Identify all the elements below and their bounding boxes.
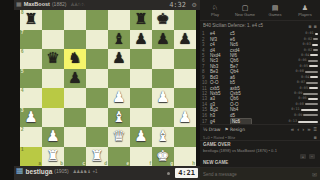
square-f3[interactable] [130, 108, 152, 128]
move-time-label: 0:05 [300, 86, 308, 91]
move-time-label: 0:06 [298, 96, 306, 101]
bottom-player-rating: (1905) [54, 168, 68, 174]
move-time: 0:02 [252, 37, 318, 42]
square-f8[interactable]: ♜ [130, 10, 152, 30]
move-time-label: 0:03 [302, 42, 310, 47]
move-number: 11 [202, 86, 210, 91]
move-number: 13 [202, 96, 210, 101]
move-row: 2Nf3e60:02 [202, 36, 318, 41]
move-time-label: 0:02 [304, 48, 312, 53]
square-f2[interactable]: ♟ [130, 127, 152, 147]
chat-panel: GAME OVERbestluga (1898) vs MaxBoost (18… [200, 140, 320, 167]
square-c2[interactable] [64, 127, 86, 147]
game-meta-text: 5+0 • Rated • Blitz [203, 135, 312, 140]
move-time-bar [310, 54, 318, 56]
white-move[interactable]: h3 [210, 113, 230, 118]
move-time-bar [315, 33, 318, 35]
move-row: 16h3d50:09 [202, 113, 318, 118]
white-pawn[interactable]: ♟ [152, 88, 174, 108]
menu-button[interactable]: ≡ [313, 126, 317, 133]
players-icon: ♟ [290, 4, 320, 12]
move-time-label: 0:01 [305, 31, 313, 36]
chess-board: 8♜♜♚7♝♟♟♟6♛♞♟5♟4♟♟3♟♝♟2♟♛♟♝1ab♜cd♜efg♚h [20, 10, 196, 166]
move-row: 11cxb5axb50:05 [202, 85, 318, 90]
move-time-bar [298, 121, 318, 123]
top-player-bar: ▦ MaxBoost (1882) ♙♙♘♘ 4:32 ⚙ [14, 0, 200, 10]
tab-play[interactable]: ♘Play [200, 4, 230, 17]
move-number: 14 [202, 102, 210, 107]
black-pawn[interactable]: ♟ [174, 30, 196, 50]
white-bishop[interactable]: ♝ [152, 127, 174, 147]
square-b4[interactable] [42, 88, 64, 108]
move-time-bar [312, 44, 318, 46]
square-c6[interactable]: ♞ [64, 49, 86, 69]
black-move[interactable]: cxd4 [230, 48, 252, 53]
white-move[interactable]: Nf3 [210, 37, 230, 42]
material-advantage: +1 [92, 169, 97, 174]
move-number: 12 [202, 91, 210, 96]
board-icon: ▦ [16, 167, 24, 175]
resign-button[interactable]: ⚑ Resign [225, 127, 245, 132]
move-time: 0:09 [252, 113, 318, 118]
square-a8[interactable]: 8♜ [20, 10, 42, 30]
move-time: 0:04 [252, 75, 318, 80]
square-e7[interactable]: ♝ [108, 30, 130, 50]
opening-name: B40 Sicilian Defence: 1. e4 c5 [203, 23, 306, 28]
top-player-rating: (1882) [52, 1, 66, 7]
square-g5[interactable] [152, 69, 174, 89]
black-move[interactable]: Qb4 [230, 69, 252, 74]
square-g7[interactable]: ♟ [152, 30, 174, 50]
move-row: 8Be3Qb40:08 [202, 69, 318, 74]
black-bishop[interactable]: ♝ [108, 30, 130, 50]
move-time: 0:04 [252, 53, 318, 58]
square-c1[interactable]: c [64, 147, 86, 167]
move-number: 7 [202, 64, 210, 69]
square-d2[interactable] [86, 127, 108, 147]
move-time-label: 0:07 [297, 80, 305, 85]
black-move[interactable]: c5 [230, 31, 252, 36]
square-g6[interactable] [152, 49, 174, 69]
square-f7[interactable]: ♟ [130, 30, 152, 50]
black-move[interactable]: Qb6 [230, 96, 252, 101]
white-pawn[interactable]: ♟ [174, 108, 196, 128]
square-b6[interactable]: ♛ [42, 49, 64, 69]
square-b3[interactable] [42, 108, 64, 128]
move-row: 6Nc3Qb60:06 [202, 58, 318, 63]
last-move-button[interactable]: » [307, 126, 310, 133]
move-time-bar [306, 82, 318, 84]
square-d8[interactable] [86, 10, 108, 30]
move-time-label: 0:09 [294, 113, 302, 118]
move-time: 0:05 [252, 86, 318, 91]
black-pawn[interactable]: ♟ [152, 30, 174, 50]
move-row: 1e4c50:01 [202, 31, 318, 36]
chart-icon[interactable]: ▪ [308, 23, 311, 29]
move-time: 0:06 [252, 58, 318, 63]
black-knight[interactable]: ♞ [64, 49, 86, 69]
move-time-bar [303, 114, 318, 116]
move-row: 14g3O-O0:08 [202, 102, 318, 107]
move-time-bar [308, 60, 318, 62]
chat-send-icon[interactable]: ✉ [312, 171, 317, 178]
white-move[interactable]: Nb3 [210, 64, 230, 69]
nav-tabs: ♘Play▢New Game▤Games♟Players [200, 0, 320, 21]
black-move[interactable]: b5 [230, 80, 252, 85]
square-b7[interactable] [42, 30, 64, 50]
black-move[interactable]: e6 [230, 37, 252, 42]
square-h6[interactable] [174, 49, 196, 69]
square-f6[interactable] [130, 49, 152, 69]
move-time-bar [305, 103, 318, 105]
black-move[interactable]: Nc6 [230, 42, 252, 47]
connection-dot [167, 172, 170, 175]
thumbs-down-icon[interactable]: − [309, 154, 315, 159]
square-e5[interactable] [108, 69, 130, 89]
move-row: 7Nb3Be70:05 [202, 64, 318, 69]
move-time: 0:03 [252, 42, 318, 47]
white-bishop[interactable]: ♝ [108, 108, 130, 128]
square-e8[interactable] [108, 10, 130, 30]
white-move[interactable]: Be3 [210, 69, 230, 74]
square-c4[interactable] [64, 88, 86, 108]
move-number: 16 [202, 113, 210, 118]
black-queen[interactable]: ♛ [42, 49, 64, 69]
square-h2[interactable] [174, 127, 196, 147]
move-number: 9 [202, 75, 210, 80]
square-d6[interactable] [86, 49, 108, 69]
sidebar: ♘Play▢New Game▤Games♟Players B40 Sicilia… [200, 0, 320, 180]
square-c7[interactable] [64, 30, 86, 50]
square-b2[interactable]: ♟ [42, 127, 64, 147]
move-time-label: 0:05 [300, 64, 308, 69]
player-tile-icon: ▦ [16, 1, 22, 7]
square-d7[interactable] [86, 30, 108, 50]
rank-label: 1 [21, 147, 24, 152]
move-row: 10O-Ob50:07 [202, 80, 318, 85]
tab-players[interactable]: ♟Players [290, 4, 320, 17]
black-pawn[interactable]: ♟ [130, 30, 152, 50]
bottom-player-captured-pieces: ♟♟♟♞♝ [73, 169, 91, 174]
top-player-captured-pieces: ♙♙♘♘ [70, 2, 84, 7]
square-h8[interactable] [174, 10, 196, 30]
black-move[interactable]: Qxb5 [230, 91, 252, 96]
square-g3[interactable] [152, 108, 174, 128]
square-a2[interactable]: 2 [20, 127, 42, 147]
move-time-label: 0:08 [295, 102, 303, 107]
move-time-label: 0:11 [291, 107, 299, 112]
move-time-label: 0:08 [295, 69, 303, 74]
white-move[interactable]: O-O [210, 80, 230, 85]
move-number: 6 [202, 58, 210, 63]
games-icon: ▤ [260, 4, 290, 12]
move-time-bar [313, 38, 318, 40]
draw-button[interactable]: ½ Draw [203, 127, 221, 132]
white-move[interactable]: d4 [210, 48, 230, 53]
white-pawn[interactable]: ♟ [130, 127, 152, 147]
top-player-name[interactable]: MaxBoost [24, 1, 50, 7]
rank-label: 5 [21, 69, 24, 74]
black-move[interactable]: Nb4 [230, 107, 252, 112]
white-move[interactable]: Nxb5 [210, 91, 230, 96]
white-move[interactable]: c4 [210, 42, 230, 47]
move-time-bar [303, 93, 318, 95]
next-move-button[interactable]: › [302, 126, 304, 133]
square-b8[interactable] [42, 10, 64, 30]
white-pawn[interactable]: ♟ [42, 127, 64, 147]
bottom-player-name[interactable]: bestluga [26, 168, 53, 175]
move-time: 0:02 [252, 48, 318, 53]
square-h1[interactable]: h [174, 147, 196, 167]
top-player-clock: 4:32 [169, 1, 186, 9]
move-time-label: 0:02 [304, 37, 312, 42]
tab-new-game[interactable]: ▢New Game [230, 4, 260, 17]
rank-label: 4 [21, 88, 24, 93]
rank-label: 6 [21, 49, 24, 54]
square-c3[interactable] [64, 108, 86, 128]
white-move[interactable]: Nc3 [210, 58, 230, 63]
move-number: 8 [202, 69, 210, 74]
square-g1[interactable]: g♚ [152, 147, 174, 167]
square-h3[interactable]: ♟ [174, 108, 196, 128]
square-a3[interactable]: 3♟ [20, 108, 42, 128]
square-e6[interactable]: ♟ [108, 49, 130, 69]
square-b1[interactable]: b♜ [42, 147, 64, 167]
black-move[interactable]: a6 [230, 75, 252, 80]
black-pawn[interactable]: ♟ [108, 49, 130, 69]
square-g8[interactable]: ♚ [152, 10, 174, 30]
rank-label: 8 [21, 10, 24, 15]
square-h7[interactable]: ♟ [174, 30, 196, 50]
white-queen[interactable]: ♛ [108, 127, 130, 147]
thumbs-up-icon[interactable]: + [300, 154, 306, 159]
square-f4[interactable] [130, 88, 152, 108]
move-time-label: 0:04 [301, 53, 309, 58]
new-game-icon: ▢ [230, 4, 260, 12]
move-number: 10 [202, 80, 210, 85]
first-move-button[interactable]: « [291, 126, 294, 133]
white-move[interactable]: cxb5 [210, 86, 230, 91]
move-row: 9Bd3a60:04 [202, 75, 318, 80]
move-time-bar [310, 76, 318, 78]
move-number: 1 [202, 31, 210, 36]
move-time: 0:11 [252, 107, 318, 112]
chat-input-placeholder: Send a message [203, 172, 312, 177]
move-number: 3 [202, 42, 210, 47]
move-time-bar [309, 65, 318, 67]
white-move[interactable]: Bg2 [210, 107, 230, 112]
square-a5[interactable]: 5 [20, 69, 42, 89]
black-king[interactable]: ♚ [152, 10, 174, 30]
move-row: 17g4Nc60:13 [202, 118, 318, 123]
move-time: 0:07 [252, 80, 318, 85]
move-time: 0:05 [252, 64, 318, 69]
gear-icon[interactable]: ⚙ [192, 1, 197, 8]
play-icon: ♘ [200, 4, 230, 12]
move-time-bar [309, 87, 318, 89]
white-move[interactable]: a3 [210, 96, 230, 101]
reaction-row: +− [203, 153, 317, 160]
move-time: 0:06 [252, 96, 318, 101]
black-move[interactable]: Be7 [230, 64, 252, 69]
tab-games[interactable]: ▤Games [260, 4, 290, 17]
move-row: 3c4Nc60:03 [202, 42, 318, 47]
move-time-bar [301, 109, 318, 111]
move-row: 13a3Qb60:06 [202, 96, 318, 101]
move-number: 5 [202, 53, 210, 58]
move-row: 12Nxb5Qxb50:09 [202, 91, 318, 96]
square-d1[interactable]: d♜ [86, 147, 108, 167]
move-number: 4 [202, 48, 210, 53]
move-time-bar [313, 49, 318, 51]
move-list: 1e4c50:012Nf3e60:023c4Nc60:034d4cxd40:02… [200, 30, 320, 124]
move-number: 2 [202, 37, 210, 42]
move-time-label: 0:09 [294, 91, 302, 96]
white-move[interactable]: e4 [210, 31, 230, 36]
square-a4[interactable]: 4 [20, 88, 42, 108]
bottom-player-bar: ▦ bestluga (1905) ♟♟♟♞♝ +1 4:21 [14, 166, 200, 180]
square-g2[interactable]: ♝ [152, 127, 174, 147]
black-pawn[interactable]: ♟ [64, 69, 86, 89]
opening-row: B40 Sicilian Defence: 1. e4 c5 ▪ ▪ [200, 21, 320, 30]
move-time: 0:08 [252, 102, 318, 107]
move-number: 15 [202, 107, 210, 112]
move-time: 0:08 [252, 69, 318, 74]
square-c5[interactable]: ♟ [64, 69, 86, 89]
move-time: 0:09 [252, 91, 318, 96]
black-move[interactable]: Qb6 [230, 58, 252, 63]
black-move[interactable]: axb5 [230, 86, 252, 91]
move-row: 15Bg2Nb40:11 [202, 107, 318, 112]
square-a7[interactable]: 7 [20, 30, 42, 50]
move-row: 5Nxd4Nf60:04 [202, 53, 318, 58]
move-nav-group: «‹›»≡ [291, 126, 317, 133]
square-e3[interactable]: ♝ [108, 108, 130, 128]
white-pawn[interactable]: ♟ [108, 88, 130, 108]
prev-move-button[interactable]: ‹ [297, 126, 299, 133]
chat-input[interactable]: Send a message ✉ [200, 167, 320, 180]
move-time-label: 0:04 [301, 75, 309, 80]
chess-app: ▦ MaxBoost (1882) ♙♙♘♘ 4:32 ⚙ 8♜♜♚7♝♟♟♟6… [0, 0, 320, 180]
square-h4[interactable] [174, 88, 196, 108]
square-a1[interactable]: 1a [20, 147, 42, 167]
square-f5[interactable] [130, 69, 152, 89]
white-move[interactable]: Nxd4 [210, 53, 230, 58]
black-rook[interactable]: ♜ [130, 10, 152, 30]
square-e4[interactable]: ♟ [108, 88, 130, 108]
square-a6[interactable]: 6 [20, 49, 42, 69]
square-b5[interactable] [42, 69, 64, 89]
white-move[interactable]: g3 [210, 102, 230, 107]
square-d5[interactable] [86, 69, 108, 89]
square-f1[interactable]: f [130, 147, 152, 167]
square-h5[interactable] [174, 69, 196, 89]
move-time: 0:01 [252, 31, 318, 36]
rank-label: 7 [21, 30, 24, 35]
black-move[interactable]: O-O [230, 102, 252, 107]
settings-icon[interactable]: ▪ [314, 23, 317, 29]
square-c8[interactable] [64, 10, 86, 30]
square-g4[interactable]: ♟ [152, 88, 174, 108]
rank-label: 2 [21, 127, 24, 132]
square-e2[interactable]: ♛ [108, 127, 130, 147]
square-e1[interactable]: e [108, 147, 130, 167]
bottom-player-clock: 4:21 [175, 168, 198, 178]
black-move[interactable]: Nf6 [230, 53, 252, 58]
square-d3[interactable] [86, 108, 108, 128]
move-time-bar [308, 98, 318, 100]
move-time-bar [305, 71, 318, 73]
move-time-label: 0:06 [298, 58, 306, 63]
game-controls: ½ Draw ⚑ Resign «‹›»≡ [200, 124, 320, 134]
rank-label: 3 [21, 108, 24, 113]
move-row: 4d4cxd40:02 [202, 47, 318, 52]
square-d4[interactable] [86, 88, 108, 108]
white-move[interactable]: Bd3 [210, 75, 230, 80]
